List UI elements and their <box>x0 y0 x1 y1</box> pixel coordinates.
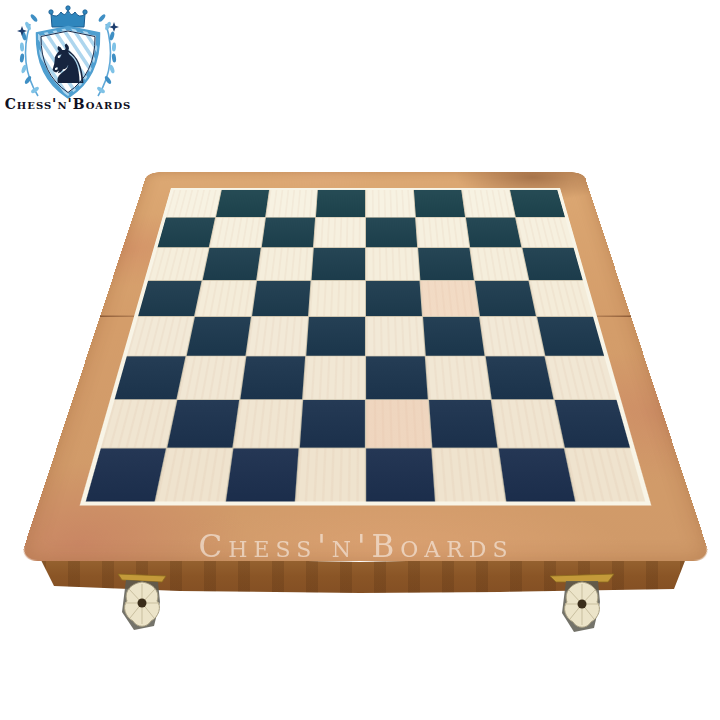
square-f3 <box>426 356 491 399</box>
square-e3 <box>366 356 428 399</box>
square-g8 <box>462 190 515 217</box>
board-playing-area <box>80 188 652 506</box>
square-g3 <box>486 356 554 399</box>
square-b4 <box>187 317 251 356</box>
square-b2 <box>167 400 239 448</box>
square-a3 <box>115 356 186 399</box>
square-f6 <box>418 248 474 280</box>
hinge-brass-bar <box>118 574 166 582</box>
square-a2 <box>101 400 176 448</box>
square-d7 <box>314 218 365 248</box>
square-f4 <box>423 317 484 356</box>
hinge-clasp-left-icon <box>114 570 170 642</box>
square-h3 <box>545 356 616 399</box>
square-e7 <box>366 218 417 248</box>
square-b6 <box>203 248 261 280</box>
board-grid <box>86 190 645 502</box>
square-g6 <box>470 248 528 280</box>
square-e2 <box>366 400 431 448</box>
square-b7 <box>210 218 265 248</box>
square-a7 <box>158 218 216 248</box>
square-d2 <box>300 400 365 448</box>
square-f7 <box>416 218 469 248</box>
square-d6 <box>312 248 365 280</box>
square-c3 <box>240 356 305 399</box>
hinge-brass-bar <box>550 574 614 582</box>
square-h1 <box>565 448 645 501</box>
square-f2 <box>429 400 498 448</box>
square-b8 <box>216 190 269 217</box>
square-e4 <box>366 317 425 356</box>
square-h7 <box>516 218 574 248</box>
square-c6 <box>257 248 313 280</box>
square-g7 <box>466 218 521 248</box>
square-d8 <box>316 190 365 217</box>
square-e1 <box>366 448 435 501</box>
square-e8 <box>366 190 415 217</box>
square-c1 <box>226 448 299 501</box>
square-f1 <box>432 448 505 501</box>
square-c5 <box>252 281 311 316</box>
square-g4 <box>480 317 544 356</box>
square-e6 <box>366 248 419 280</box>
square-c7 <box>262 218 315 248</box>
square-b3 <box>177 356 245 399</box>
square-b1 <box>156 448 232 501</box>
square-h2 <box>555 400 630 448</box>
hinge-clasp-right-icon <box>548 570 616 644</box>
square-d4 <box>306 317 365 356</box>
square-g5 <box>475 281 536 316</box>
square-c2 <box>234 400 303 448</box>
square-b5 <box>195 281 256 316</box>
square-f8 <box>414 190 465 217</box>
square-a6 <box>148 248 208 280</box>
crown-icon <box>49 6 87 27</box>
square-h4 <box>537 317 604 356</box>
brand-name: Chess'n'Boards <box>0 96 136 112</box>
square-c8 <box>266 190 317 217</box>
square-f5 <box>420 281 479 316</box>
square-h8 <box>510 190 565 217</box>
square-a4 <box>127 317 194 356</box>
square-g2 <box>492 400 564 448</box>
square-a5 <box>138 281 202 316</box>
square-d1 <box>296 448 365 501</box>
square-a8 <box>166 190 221 217</box>
watermark: Chess'n'Boards <box>172 528 540 564</box>
brand-logo: ♞ Chess'n'Boards <box>6 4 130 116</box>
square-h6 <box>522 248 582 280</box>
square-h5 <box>529 281 593 316</box>
chess-board <box>19 172 711 560</box>
square-d3 <box>303 356 365 399</box>
square-a1 <box>86 448 166 501</box>
square-c4 <box>246 317 307 356</box>
square-e5 <box>366 281 422 316</box>
square-g1 <box>499 448 575 501</box>
knight-icon: ♞ <box>44 33 92 96</box>
brand-logo-emblem: ♞ <box>6 4 130 100</box>
square-d5 <box>309 281 365 316</box>
